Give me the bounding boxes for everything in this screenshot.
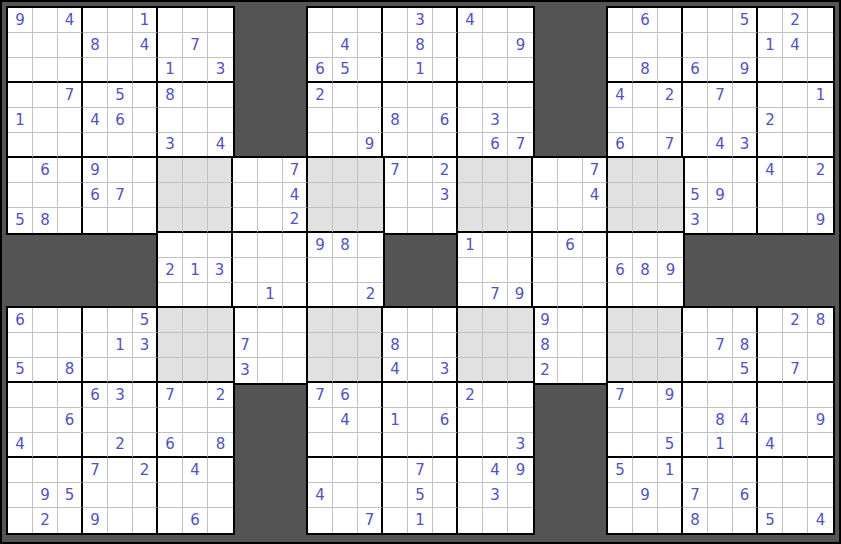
cell-r20-c18[interactable]: [433, 483, 458, 508]
cell-r18-c8[interactable]: [183, 433, 208, 458]
cell-r21-c1[interactable]: [8, 508, 33, 533]
cell-r17-c1[interactable]: [8, 408, 33, 433]
cell-r8-c3[interactable]: [58, 183, 83, 208]
cell-r21-c9[interactable]: [208, 508, 233, 533]
cell-r2-c26[interactable]: [633, 33, 658, 58]
cell-r12-c9[interactable]: [208, 283, 233, 308]
cell-r7-c29[interactable]: [708, 158, 733, 183]
cell-r8-c1[interactable]: [8, 183, 33, 208]
cell-r15-c11[interactable]: [258, 358, 283, 383]
cell-r19-c28[interactable]: [683, 458, 708, 483]
cell-r21-c21[interactable]: [508, 508, 533, 533]
cell-r9-c5[interactable]: [108, 208, 133, 233]
cell-r8-c25[interactable]: [608, 183, 633, 208]
cell-r9-c19[interactable]: [458, 208, 483, 233]
cell-r4-c31[interactable]: [758, 83, 783, 108]
cell-r13-c3[interactable]: [58, 308, 83, 333]
cell-r10-c21[interactable]: [508, 233, 533, 258]
cell-r18-c4[interactable]: [83, 433, 108, 458]
cell-r3-c20[interactable]: [483, 58, 508, 83]
cell-r10-c12[interactable]: [283, 233, 308, 258]
cell-r21-c5[interactable]: [108, 508, 133, 533]
cell-r6-c8[interactable]: [183, 133, 208, 158]
cell-r7-c10[interactable]: [233, 158, 258, 183]
cell-r3-c1[interactable]: [8, 58, 33, 83]
cell-r15-c21[interactable]: [508, 358, 533, 383]
cell-r9-c13[interactable]: [308, 208, 333, 233]
cell-r4-c15[interactable]: [358, 83, 383, 108]
cell-r11-c15[interactable]: [358, 258, 383, 283]
cell-r19-c33[interactable]: [808, 458, 833, 483]
cell-r14-c4[interactable]: [83, 333, 108, 358]
cell-r14-c25[interactable]: [608, 333, 633, 358]
cell-r9-c14[interactable]: [333, 208, 358, 233]
cell-r8-c32[interactable]: [783, 183, 808, 208]
cell-r14-c3[interactable]: [58, 333, 83, 358]
cell-r21-c13[interactable]: [308, 508, 333, 533]
cell-r11-c24[interactable]: [583, 258, 608, 283]
cell-r2-c5[interactable]: [108, 33, 133, 58]
cell-r1-c9[interactable]: [208, 8, 233, 33]
cell-r1-c28[interactable]: [683, 8, 708, 33]
cell-r16-c8[interactable]: [183, 383, 208, 408]
cell-r8-c10[interactable]: [233, 183, 258, 208]
cell-r10-c27[interactable]: [658, 233, 683, 258]
cell-r13-c13[interactable]: [308, 308, 333, 333]
cell-r8-c21[interactable]: [508, 183, 533, 208]
cell-r15-c14[interactable]: [333, 358, 358, 383]
cell-r12-c23[interactable]: [558, 283, 583, 308]
cell-r20-c6[interactable]: [133, 483, 158, 508]
cell-r1-c16[interactable]: [383, 8, 408, 33]
cell-r13-c9[interactable]: [208, 308, 233, 333]
cell-r11-c12[interactable]: [283, 258, 308, 283]
cell-r14-c24[interactable]: [583, 333, 608, 358]
cell-r2-c30[interactable]: [733, 33, 758, 58]
cell-r4-c6[interactable]: [133, 83, 158, 108]
cell-r9-c25[interactable]: [608, 208, 633, 233]
cell-r16-c32[interactable]: [783, 383, 808, 408]
cell-r16-c17[interactable]: [408, 383, 433, 408]
cell-r18-c30[interactable]: [733, 433, 758, 458]
cell-r9-c10[interactable]: [233, 208, 258, 233]
cell-r21-c19[interactable]: [458, 508, 483, 533]
cell-r17-c7[interactable]: [158, 408, 183, 433]
cell-r2-c15[interactable]: [358, 33, 383, 58]
cell-r6-c14[interactable]: [333, 133, 358, 158]
cell-r20-c16[interactable]: [383, 483, 408, 508]
cell-r21-c7[interactable]: [158, 508, 183, 533]
cell-r9-c32[interactable]: [783, 208, 808, 233]
cell-r6-c1[interactable]: [8, 133, 33, 158]
cell-r19-c31[interactable]: [758, 458, 783, 483]
cell-r1-c33[interactable]: [808, 8, 833, 33]
cell-r9-c20[interactable]: [483, 208, 508, 233]
cell-r15-c12[interactable]: [283, 358, 308, 383]
cell-r19-c15[interactable]: [358, 458, 383, 483]
cell-r8-c11[interactable]: [258, 183, 283, 208]
cell-r13-c15[interactable]: [358, 308, 383, 333]
cell-r9-c31[interactable]: [758, 208, 783, 233]
cell-r9-c30[interactable]: [733, 208, 758, 233]
cell-r14-c7[interactable]: [158, 333, 183, 358]
cell-r6-c19[interactable]: [458, 133, 483, 158]
cell-r6-c17[interactable]: [408, 133, 433, 158]
cell-r18-c17[interactable]: [408, 433, 433, 458]
cell-r7-c9[interactable]: [208, 158, 233, 183]
cell-r8-c17[interactable]: [408, 183, 433, 208]
cell-r17-c28[interactable]: [683, 408, 708, 433]
cell-r2-c33[interactable]: [808, 33, 833, 58]
cell-r13-c28[interactable]: [683, 308, 708, 333]
cell-r15-c7[interactable]: [158, 358, 183, 383]
cell-r15-c26[interactable]: [633, 358, 658, 383]
cell-r7-c11[interactable]: [258, 158, 283, 183]
cell-r7-c22[interactable]: [533, 158, 558, 183]
cell-r13-c31[interactable]: [758, 308, 783, 333]
cell-r19-c18[interactable]: [433, 458, 458, 483]
cell-r18-c13[interactable]: [308, 433, 333, 458]
cell-r4-c17[interactable]: [408, 83, 433, 108]
cell-r3-c2[interactable]: [33, 58, 58, 83]
cell-r12-c8[interactable]: [183, 283, 208, 308]
cell-r5-c2[interactable]: [33, 108, 58, 133]
cell-r20-c5[interactable]: [108, 483, 133, 508]
cell-r14-c8[interactable]: [183, 333, 208, 358]
cell-r8-c27[interactable]: [658, 183, 683, 208]
cell-r7-c8[interactable]: [183, 158, 208, 183]
cell-r16-c18[interactable]: [433, 383, 458, 408]
cell-r8-c9[interactable]: [208, 183, 233, 208]
cell-r20-c9[interactable]: [208, 483, 233, 508]
cell-r21-c16[interactable]: [383, 508, 408, 533]
cell-r18-c14[interactable]: [333, 433, 358, 458]
cell-r11-c10[interactable]: [233, 258, 258, 283]
cell-r1-c4[interactable]: [83, 8, 108, 33]
cell-r4-c28[interactable]: [683, 83, 708, 108]
cell-r4-c9[interactable]: [208, 83, 233, 108]
cell-r8-c20[interactable]: [483, 183, 508, 208]
cell-r9-c11[interactable]: [258, 208, 283, 233]
cell-r5-c25[interactable]: [608, 108, 633, 133]
cell-r1-c27[interactable]: [658, 8, 683, 33]
cell-r14-c15[interactable]: [358, 333, 383, 358]
cell-r11-c21[interactable]: [508, 258, 533, 283]
cell-r18-c18[interactable]: [433, 433, 458, 458]
cell-r10-c26[interactable]: [633, 233, 658, 258]
cell-r5-c28[interactable]: [683, 108, 708, 133]
cell-r13-c21[interactable]: [508, 308, 533, 333]
cell-r3-c4[interactable]: [83, 58, 108, 83]
cell-r2-c3[interactable]: [58, 33, 83, 58]
cell-r6-c28[interactable]: [683, 133, 708, 158]
cell-r13-c17[interactable]: [408, 308, 433, 333]
cell-r8-c13[interactable]: [308, 183, 333, 208]
cell-r5-c7[interactable]: [158, 108, 183, 133]
cell-r13-c7[interactable]: [158, 308, 183, 333]
cell-r5-c33[interactable]: [808, 108, 833, 133]
cell-r14-c23[interactable]: [558, 333, 583, 358]
cell-r5-c14[interactable]: [333, 108, 358, 133]
cell-r6-c13[interactable]: [308, 133, 333, 158]
cell-r15-c2[interactable]: [33, 358, 58, 383]
cell-r8-c16[interactable]: [383, 183, 408, 208]
cell-r12-c24[interactable]: [583, 283, 608, 308]
cell-r3-c5[interactable]: [108, 58, 133, 83]
cell-r6-c31[interactable]: [758, 133, 783, 158]
cell-r18-c26[interactable]: [633, 433, 658, 458]
cell-r16-c20[interactable]: [483, 383, 508, 408]
cell-r18-c33[interactable]: [808, 433, 833, 458]
cell-r8-c31[interactable]: [758, 183, 783, 208]
cell-r10-c15[interactable]: [358, 233, 383, 258]
cell-r6-c4[interactable]: [83, 133, 108, 158]
cell-r7-c27[interactable]: [658, 158, 683, 183]
cell-r4-c4[interactable]: [83, 83, 108, 108]
cell-r14-c9[interactable]: [208, 333, 233, 358]
cell-r9-c7[interactable]: [158, 208, 183, 233]
cell-r13-c24[interactable]: [583, 308, 608, 333]
cell-r8-c8[interactable]: [183, 183, 208, 208]
cell-r7-c20[interactable]: [483, 158, 508, 183]
cell-r5-c26[interactable]: [633, 108, 658, 133]
cell-r9-c22[interactable]: [533, 208, 558, 233]
cell-r10-c20[interactable]: [483, 233, 508, 258]
cell-r19-c7[interactable]: [158, 458, 183, 483]
cell-r2-c9[interactable]: [208, 33, 233, 58]
cell-r19-c14[interactable]: [333, 458, 358, 483]
cell-r17-c19[interactable]: [458, 408, 483, 433]
cell-r4-c19[interactable]: [458, 83, 483, 108]
cell-r17-c27[interactable]: [658, 408, 683, 433]
cell-r1-c31[interactable]: [758, 8, 783, 33]
cell-r4-c8[interactable]: [183, 83, 208, 108]
cell-r6-c26[interactable]: [633, 133, 658, 158]
cell-r10-c25[interactable]: [608, 233, 633, 258]
cell-r9-c24[interactable]: [583, 208, 608, 233]
cell-r21-c29[interactable]: [708, 508, 733, 533]
cell-r21-c6[interactable]: [133, 508, 158, 533]
cell-r4-c32[interactable]: [783, 83, 808, 108]
cell-r20-c14[interactable]: [333, 483, 358, 508]
cell-r15-c19[interactable]: [458, 358, 483, 383]
cell-r14-c32[interactable]: [783, 333, 808, 358]
cell-r19-c26[interactable]: [633, 458, 658, 483]
cell-r16-c29[interactable]: [708, 383, 733, 408]
cell-r3-c27[interactable]: [658, 58, 683, 83]
cell-r13-c27[interactable]: [658, 308, 683, 333]
cell-r2-c18[interactable]: [433, 33, 458, 58]
cell-r5-c13[interactable]: [308, 108, 333, 133]
cell-r16-c3[interactable]: [58, 383, 83, 408]
cell-r5-c19[interactable]: [458, 108, 483, 133]
cell-r21-c30[interactable]: [733, 508, 758, 533]
cell-r15-c28[interactable]: [683, 358, 708, 383]
cell-r5-c27[interactable]: [658, 108, 683, 133]
cell-r15-c17[interactable]: [408, 358, 433, 383]
cell-r11-c23[interactable]: [558, 258, 583, 283]
cell-r14-c21[interactable]: [508, 333, 533, 358]
cell-r7-c30[interactable]: [733, 158, 758, 183]
cell-r10-c24[interactable]: [583, 233, 608, 258]
cell-r7-c21[interactable]: [508, 158, 533, 183]
cell-r8-c30[interactable]: [733, 183, 758, 208]
cell-r1-c13[interactable]: [308, 8, 333, 33]
cell-r7-c25[interactable]: [608, 158, 633, 183]
cell-r20-c15[interactable]: [358, 483, 383, 508]
cell-r9-c15[interactable]: [358, 208, 383, 233]
cell-r9-c26[interactable]: [633, 208, 658, 233]
cell-r8-c19[interactable]: [458, 183, 483, 208]
cell-r18-c32[interactable]: [783, 433, 808, 458]
cell-r3-c15[interactable]: [358, 58, 383, 83]
cell-r3-c29[interactable]: [708, 58, 733, 83]
cell-r15-c20[interactable]: [483, 358, 508, 383]
cell-r21-c27[interactable]: [658, 508, 683, 533]
cell-r18-c3[interactable]: [58, 433, 83, 458]
cell-r7-c7[interactable]: [158, 158, 183, 183]
cell-r20-c7[interactable]: [158, 483, 183, 508]
cell-r7-c28[interactable]: [683, 158, 708, 183]
cell-r6-c6[interactable]: [133, 133, 158, 158]
cell-r19-c32[interactable]: [783, 458, 808, 483]
cell-r20-c31[interactable]: [758, 483, 783, 508]
cell-r15-c15[interactable]: [358, 358, 383, 383]
cell-r21-c25[interactable]: [608, 508, 633, 533]
cell-r13-c19[interactable]: [458, 308, 483, 333]
cell-r18-c20[interactable]: [483, 433, 508, 458]
cell-r15-c24[interactable]: [583, 358, 608, 383]
cell-r6-c2[interactable]: [33, 133, 58, 158]
cell-r16-c31[interactable]: [758, 383, 783, 408]
cell-r4-c1[interactable]: [8, 83, 33, 108]
cell-r2-c27[interactable]: [658, 33, 683, 58]
cell-r7-c23[interactable]: [558, 158, 583, 183]
cell-r15-c9[interactable]: [208, 358, 233, 383]
cell-r14-c31[interactable]: [758, 333, 783, 358]
cell-r6-c32[interactable]: [783, 133, 808, 158]
cell-r2-c2[interactable]: [33, 33, 58, 58]
cell-r3-c32[interactable]: [783, 58, 808, 83]
cell-r19-c9[interactable]: [208, 458, 233, 483]
cell-r9-c29[interactable]: [708, 208, 733, 233]
cell-r7-c14[interactable]: [333, 158, 358, 183]
cell-r13-c4[interactable]: [83, 308, 108, 333]
cell-r8-c14[interactable]: [333, 183, 358, 208]
cell-r7-c1[interactable]: [8, 158, 33, 183]
cell-r21-c18[interactable]: [433, 508, 458, 533]
cell-r2-c28[interactable]: [683, 33, 708, 58]
cell-r5-c6[interactable]: [133, 108, 158, 133]
cell-r10-c22[interactable]: [533, 233, 558, 258]
cell-r4-c21[interactable]: [508, 83, 533, 108]
cell-r13-c5[interactable]: [108, 308, 133, 333]
cell-r4-c14[interactable]: [333, 83, 358, 108]
cell-r16-c16[interactable]: [383, 383, 408, 408]
cell-r17-c4[interactable]: [83, 408, 108, 433]
cell-r14-c2[interactable]: [33, 333, 58, 358]
cell-r13-c18[interactable]: [433, 308, 458, 333]
cell-r12-c25[interactable]: [608, 283, 633, 308]
cell-r18-c25[interactable]: [608, 433, 633, 458]
cell-r4-c30[interactable]: [733, 83, 758, 108]
cell-r15-c6[interactable]: [133, 358, 158, 383]
cell-r9-c27[interactable]: [658, 208, 683, 233]
cell-r4-c20[interactable]: [483, 83, 508, 108]
cell-r20-c33[interactable]: [808, 483, 833, 508]
cell-r21-c32[interactable]: [783, 508, 808, 533]
cell-r17-c21[interactable]: [508, 408, 533, 433]
cell-r19-c19[interactable]: [458, 458, 483, 483]
cell-r14-c11[interactable]: [258, 333, 283, 358]
cell-r16-c6[interactable]: [133, 383, 158, 408]
cell-r8-c7[interactable]: [158, 183, 183, 208]
cell-r1-c7[interactable]: [158, 8, 183, 33]
cell-r20-c32[interactable]: [783, 483, 808, 508]
cell-r13-c14[interactable]: [333, 308, 358, 333]
cell-r5-c17[interactable]: [408, 108, 433, 133]
cell-r6-c5[interactable]: [108, 133, 133, 158]
cell-r9-c17[interactable]: [408, 208, 433, 233]
cell-r14-c19[interactable]: [458, 333, 483, 358]
cell-r19-c1[interactable]: [8, 458, 33, 483]
cell-r9-c9[interactable]: [208, 208, 233, 233]
cell-r19-c13[interactable]: [308, 458, 333, 483]
cell-r5-c21[interactable]: [508, 108, 533, 133]
cell-r20-c29[interactable]: [708, 483, 733, 508]
cell-r15-c4[interactable]: [83, 358, 108, 383]
cell-r14-c1[interactable]: [8, 333, 33, 358]
cell-r9-c18[interactable]: [433, 208, 458, 233]
cell-r8-c15[interactable]: [358, 183, 383, 208]
cell-r20-c8[interactable]: [183, 483, 208, 508]
cell-r10-c8[interactable]: [183, 233, 208, 258]
cell-r15-c27[interactable]: [658, 358, 683, 383]
cell-r20-c21[interactable]: [508, 483, 533, 508]
cell-r4-c26[interactable]: [633, 83, 658, 108]
cell-r18-c15[interactable]: [358, 433, 383, 458]
cell-r17-c5[interactable]: [108, 408, 133, 433]
cell-r3-c31[interactable]: [758, 58, 783, 83]
cell-r15-c33[interactable]: [808, 358, 833, 383]
cell-r2-c13[interactable]: [308, 33, 333, 58]
cell-r9-c8[interactable]: [183, 208, 208, 233]
cell-r6-c33[interactable]: [808, 133, 833, 158]
cell-r2-c16[interactable]: [383, 33, 408, 58]
cell-r13-c8[interactable]: [183, 308, 208, 333]
cell-r7-c19[interactable]: [458, 158, 483, 183]
cell-r5-c32[interactable]: [783, 108, 808, 133]
cell-r20-c19[interactable]: [458, 483, 483, 508]
cell-r15-c13[interactable]: [308, 358, 333, 383]
cell-r12-c12[interactable]: [283, 283, 308, 308]
cell-r15-c29[interactable]: [708, 358, 733, 383]
cell-r9-c16[interactable]: [383, 208, 408, 233]
cell-r19-c5[interactable]: [108, 458, 133, 483]
cell-r16-c21[interactable]: [508, 383, 533, 408]
cell-r8-c23[interactable]: [558, 183, 583, 208]
cell-r12-c13[interactable]: [308, 283, 333, 308]
cell-r12-c26[interactable]: [633, 283, 658, 308]
cell-r14-c28[interactable]: [683, 333, 708, 358]
cell-r13-c23[interactable]: [558, 308, 583, 333]
cell-r8-c2[interactable]: [33, 183, 58, 208]
cell-r16-c15[interactable]: [358, 383, 383, 408]
cell-r1-c20[interactable]: [483, 8, 508, 33]
cell-r1-c8[interactable]: [183, 8, 208, 33]
cell-r13-c20[interactable]: [483, 308, 508, 333]
cell-r20-c4[interactable]: [83, 483, 108, 508]
